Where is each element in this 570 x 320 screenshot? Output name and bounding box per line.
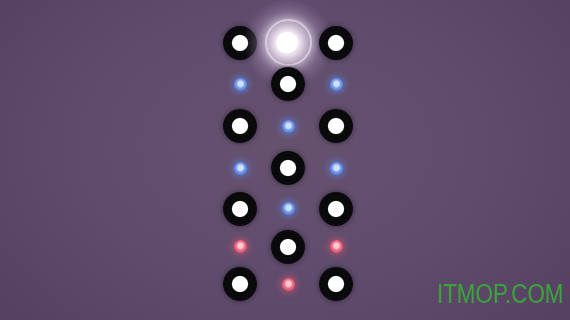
cell-r1-c3 <box>312 22 360 63</box>
cell-r5-c2 <box>264 189 312 228</box>
red-dot <box>330 240 343 253</box>
cell-r6-c1 <box>216 228 264 265</box>
black-orb[interactable] <box>319 26 353 60</box>
black-orb[interactable] <box>319 267 353 301</box>
cell-r7-c1 <box>216 265 264 303</box>
black-orb[interactable] <box>223 192 257 226</box>
cell-r5-c3 <box>312 189 360 228</box>
cell-r6-c2 <box>264 228 312 265</box>
puzzle-board <box>216 22 360 303</box>
blue-dot <box>282 202 295 215</box>
cell-r4-c1 <box>216 147 264 189</box>
blue-dot <box>234 78 247 91</box>
watermark-itmop: ITMOP.COM <box>437 279 564 310</box>
cell-r2-c1 <box>216 63 264 105</box>
cell-r3-c3 <box>312 105 360 147</box>
cell-r1-c2 <box>264 22 312 63</box>
black-orb[interactable] <box>319 192 353 226</box>
cell-r7-c3 <box>312 265 360 303</box>
cell-r2-c3 <box>312 63 360 105</box>
active-orb[interactable] <box>265 19 312 66</box>
cell-r3-c2 <box>264 105 312 147</box>
black-orb[interactable] <box>271 230 305 264</box>
cell-r2-c2 <box>264 63 312 105</box>
red-dot <box>234 240 247 253</box>
cell-r7-c2 <box>264 265 312 303</box>
blue-dot <box>282 120 295 133</box>
black-orb[interactable] <box>223 267 257 301</box>
cell-r4-c3 <box>312 147 360 189</box>
cell-r6-c3 <box>312 228 360 265</box>
cell-r5-c1 <box>216 189 264 228</box>
cell-r3-c1 <box>216 105 264 147</box>
game-screen: ITMOP.COM <box>0 0 570 320</box>
black-orb[interactable] <box>319 109 353 143</box>
black-orb[interactable] <box>271 67 305 101</box>
cell-r4-c2 <box>264 147 312 189</box>
blue-dot <box>330 78 343 91</box>
red-dot <box>282 278 295 291</box>
black-orb[interactable] <box>223 109 257 143</box>
blue-dot <box>234 162 247 175</box>
blue-dot <box>330 162 343 175</box>
black-orb[interactable] <box>271 151 305 185</box>
